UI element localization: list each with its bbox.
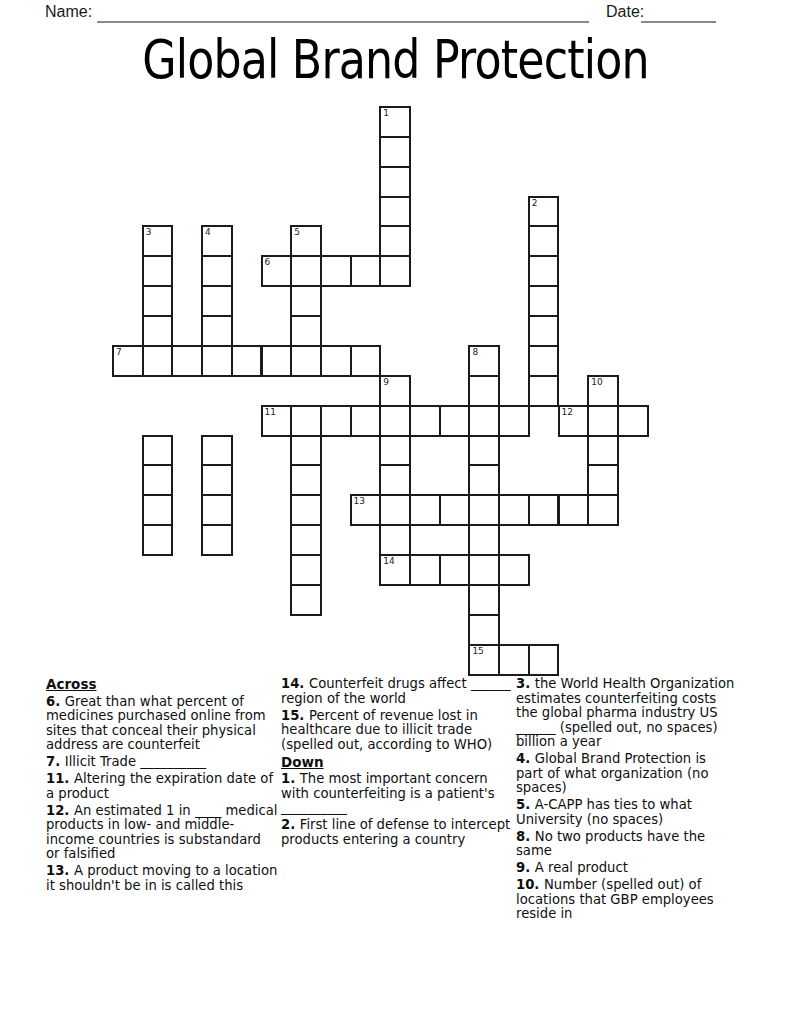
clue-text: Counterfeit drugs affect ______ region o… (281, 676, 510, 706)
crossword-cell[interactable] (379, 166, 411, 198)
crossword-cell[interactable] (379, 524, 411, 556)
crossword-cell[interactable] (558, 494, 590, 526)
crossword-cell[interactable] (231, 345, 263, 377)
clue-item-down-4: 4. Global Brand Protection is part of wh… (516, 752, 736, 796)
clue-number: 8. (516, 829, 535, 844)
crossword-cell[interactable]: 10 (587, 375, 619, 407)
crossword-cell[interactable] (409, 554, 441, 586)
crossword-cell[interactable] (528, 315, 560, 347)
crossword-cell[interactable] (290, 584, 322, 616)
crossword-cell[interactable] (320, 345, 352, 377)
crossword-cell[interactable] (468, 494, 500, 526)
crossword-cell[interactable] (528, 375, 560, 407)
clue-number: 3. (516, 676, 535, 691)
crossword-cell[interactable] (290, 464, 322, 496)
clue-number: 6. (46, 694, 65, 709)
clue-number: 12. (46, 803, 74, 818)
crossword-cell[interactable]: 1 (379, 106, 411, 138)
clue-item-across-14: 14. Counterfeit drugs affect ______ regi… (281, 677, 511, 706)
crossword-cell[interactable] (587, 494, 619, 526)
clue-item-down-1: 1. The most important concern with count… (281, 772, 511, 816)
crossword-cell[interactable] (587, 405, 619, 437)
crossword-cell[interactable] (379, 464, 411, 496)
crossword-cell[interactable] (290, 315, 322, 347)
crossword-cell[interactable] (201, 464, 233, 496)
crossword-cell[interactable] (409, 405, 441, 437)
crossword-cell[interactable] (290, 435, 322, 467)
crossword-cell[interactable] (290, 255, 322, 287)
crossword-cell[interactable] (379, 405, 411, 437)
crossword-cell[interactable] (528, 345, 560, 377)
clue-text: Altering the expiration date of a produc… (46, 771, 273, 801)
crossword-cell[interactable] (468, 614, 500, 646)
crossword-cell[interactable]: 5 (290, 225, 322, 257)
clue-number: 7. (46, 754, 65, 769)
crossword-cell[interactable] (379, 255, 411, 287)
cell-number: 7 (114, 347, 142, 357)
clue-number: 15. (281, 708, 309, 723)
crossword-cell[interactable]: 3 (142, 225, 174, 257)
clue-text: The most important concern with counterf… (281, 771, 495, 815)
across-header: Across (46, 677, 278, 692)
clue-item-down-10: 10. Number (spelled out) of locations th… (516, 878, 736, 922)
crossword-cell[interactable] (379, 136, 411, 168)
crossword-cell[interactable] (290, 285, 322, 317)
cell-number: 10 (589, 377, 617, 387)
clue-text: An estimated 1 in ____ medical products … (46, 803, 277, 862)
clue-number: 5. (516, 797, 535, 812)
cell-number: 13 (352, 496, 380, 506)
crossword-cell[interactable] (379, 196, 411, 228)
crossword-cell[interactable]: 7 (112, 345, 144, 377)
crossword-cell[interactable] (290, 494, 322, 526)
clue-number: 11. (46, 771, 74, 786)
crossword-cell[interactable] (290, 405, 322, 437)
crossword-cell[interactable] (498, 405, 530, 437)
clue-text: Number (spelled out) of locations that G… (516, 877, 714, 921)
clue-number: 2. (281, 817, 300, 832)
clue-text: Great than what percent of medicines pur… (46, 694, 266, 753)
crossword-cell[interactable]: 8 (468, 345, 500, 377)
clue-number: 14. (281, 676, 309, 691)
clue-item-across-11: 11. Altering the expiration date of a pr… (46, 772, 278, 801)
clue-number: 13. (46, 863, 74, 878)
cell-number: 11 (263, 407, 291, 417)
crossword-cell[interactable] (142, 435, 174, 467)
clue-item-across-12: 12. An estimated 1 in ____ medical produ… (46, 804, 278, 862)
crossword-cell[interactable] (201, 494, 233, 526)
cell-number: 14 (381, 556, 409, 566)
crossword-cell[interactable] (261, 345, 293, 377)
crossword-cell[interactable] (142, 255, 174, 287)
cell-number: 15 (470, 646, 498, 656)
crossword-cell[interactable] (142, 345, 174, 377)
crossword-cell[interactable] (439, 554, 471, 586)
date-blank-line[interactable] (641, 21, 716, 23)
crossword-cell[interactable] (528, 255, 560, 287)
crossword-cell[interactable] (587, 464, 619, 496)
crossword-cell[interactable]: 12 (558, 405, 590, 437)
clue-text: Percent of revenue lost in healthcare du… (281, 708, 492, 752)
crossword-cell[interactable] (201, 315, 233, 347)
crossword-cell[interactable] (409, 494, 441, 526)
crossword-cell[interactable]: 14 (379, 554, 411, 586)
crossword-cell[interactable] (439, 494, 471, 526)
crossword-cell[interactable] (468, 584, 500, 616)
clue-item-down-5: 5. A-CAPP has ties to what University (n… (516, 798, 736, 827)
crossword-cell[interactable] (171, 345, 203, 377)
crossword-cell[interactable]: 11 (261, 405, 293, 437)
clue-text: No two products have the same (516, 829, 705, 859)
crossword-cell[interactable] (142, 524, 174, 556)
crossword-cell[interactable] (201, 285, 233, 317)
crossword-cell[interactable] (290, 345, 322, 377)
crossword-cell[interactable] (201, 345, 233, 377)
down-header: Down (281, 755, 511, 770)
crossword-cell[interactable] (528, 644, 560, 676)
crossword-cell[interactable] (617, 405, 649, 437)
crossword-cell[interactable] (498, 554, 530, 586)
cell-number: 5 (292, 227, 320, 237)
crossword-cell[interactable] (468, 554, 500, 586)
clue-column-middle: 14. Counterfeit drugs affect ______ regi… (281, 677, 511, 850)
clue-text: A-CAPP has ties to what University (no s… (516, 797, 692, 827)
crossword-cell[interactable] (468, 375, 500, 407)
cell-number: 1 (381, 108, 409, 118)
cell-number: 8 (470, 347, 498, 357)
clue-column-left: Across6. Great than what percent of medi… (46, 677, 278, 896)
cell-number: 9 (381, 377, 409, 387)
clue-item-down-8: 8. No two products have the same (516, 830, 736, 859)
crossword-cell[interactable] (468, 435, 500, 467)
clue-number: 9. (516, 860, 535, 875)
puzzle-title: Global Brand Protection (71, 31, 720, 89)
clue-item-across-15: 15. Percent of revenue lost in healthcar… (281, 709, 511, 753)
crossword-cell[interactable] (290, 554, 322, 586)
crossword-cell[interactable]: 6 (261, 255, 293, 287)
clue-text: A real product (535, 860, 628, 875)
crossword-cell[interactable] (142, 464, 174, 496)
date-label: Date: (606, 3, 644, 21)
clue-item-across-7: 7. Illicit Trade __________ (46, 755, 278, 770)
clue-text: A product moving to a location it should… (46, 863, 277, 893)
crossword-cell[interactable] (142, 494, 174, 526)
crossword-cell[interactable]: 15 (468, 644, 500, 676)
name-label: Name: (45, 3, 92, 21)
crossword-cell[interactable] (587, 435, 619, 467)
crossword-cell[interactable] (439, 405, 471, 437)
clue-text: the World Health Organization estimates … (516, 676, 734, 749)
cell-number: 6 (263, 257, 291, 267)
crossword-cell[interactable] (379, 225, 411, 257)
clue-number: 1. (281, 771, 300, 786)
crossword-cell[interactable] (142, 315, 174, 347)
crossword-cell[interactable] (201, 255, 233, 287)
clue-column-right: 3. the World Health Organization estimat… (516, 677, 736, 924)
crossword-cell[interactable] (201, 524, 233, 556)
cell-number: 12 (560, 407, 588, 417)
crossword-cell[interactable]: 9 (379, 375, 411, 407)
clue-item-across-6: 6. Great than what percent of medicines … (46, 695, 278, 753)
crossword-cell[interactable] (350, 405, 382, 437)
name-blank-line[interactable] (97, 21, 589, 23)
crossword-cell[interactable] (350, 345, 382, 377)
clue-item-down-2: 2. First line of defense to intercept pr… (281, 818, 511, 847)
crossword-cell[interactable] (468, 524, 500, 556)
clue-number: 10. (516, 877, 544, 892)
clue-text: Global Brand Protection is part of what … (516, 751, 709, 795)
crossword-cell[interactable]: 2 (528, 196, 560, 228)
clue-item-down-3: 3. the World Health Organization estimat… (516, 677, 736, 750)
crossword-cell[interactable] (468, 464, 500, 496)
crossword-cell[interactable] (528, 494, 560, 526)
crossword-cell[interactable]: 13 (350, 494, 382, 526)
crossword-cell[interactable] (201, 435, 233, 467)
crossword-cell[interactable] (142, 285, 174, 317)
cell-number: 3 (144, 227, 172, 237)
crossword-cell[interactable]: 4 (201, 225, 233, 257)
crossword-cell[interactable] (379, 435, 411, 467)
crossword-cell[interactable] (320, 255, 352, 287)
cell-number: 4 (203, 227, 231, 237)
crossword-worksheet-page: { "game": "crossword", "title": "Global … (0, 0, 791, 1024)
crossword-cell[interactable] (350, 255, 382, 287)
crossword-cell[interactable] (379, 494, 411, 526)
crossword-cell[interactable] (290, 524, 322, 556)
clue-text: First line of defense to intercept produ… (281, 817, 510, 847)
cell-number: 2 (530, 198, 558, 208)
crossword-cell[interactable] (498, 644, 530, 676)
crossword-cell[interactable] (528, 225, 560, 257)
clue-number: 4. (516, 751, 535, 766)
crossword-cell[interactable] (498, 494, 530, 526)
crossword-cell[interactable] (468, 405, 500, 437)
crossword-cell[interactable] (528, 285, 560, 317)
clue-text: Illicit Trade __________ (65, 754, 206, 769)
crossword-cell[interactable] (320, 405, 352, 437)
clue-item-across-13: 13. A product moving to a location it sh… (46, 864, 278, 893)
clue-item-down-9: 9. A real product (516, 861, 736, 876)
